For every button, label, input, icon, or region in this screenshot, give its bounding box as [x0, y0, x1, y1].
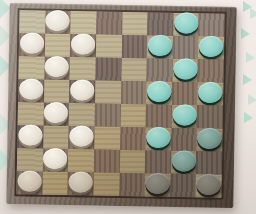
checker-teal-man[interactable]	[147, 80, 171, 101]
square-r1c6[interactable]	[147, 12, 173, 35]
square-r4c4[interactable]	[95, 81, 121, 104]
board-photo-scene	[0, 0, 256, 214]
square-r5c4[interactable]	[95, 104, 121, 127]
square-r4c7[interactable]	[172, 82, 198, 105]
square-r4c2[interactable]	[44, 80, 70, 103]
square-r8c2[interactable]	[42, 172, 68, 195]
square-r3c7[interactable]	[172, 59, 198, 82]
square-r8c5[interactable]	[119, 173, 145, 196]
square-r2c6[interactable]	[147, 35, 173, 58]
square-r8c8[interactable]	[196, 174, 222, 197]
checker-teal-man[interactable]	[145, 172, 169, 193]
checker-white-man[interactable]	[18, 124, 42, 145]
square-r6c7[interactable]	[171, 128, 197, 151]
square-r2c4[interactable]	[96, 35, 122, 58]
checker-white-man[interactable]	[17, 170, 41, 191]
mint-triangle-pattern	[250, 8, 256, 19]
checker-teal-man[interactable]	[197, 173, 221, 194]
mint-triangle-pattern	[243, 74, 252, 85]
square-r6c2[interactable]	[43, 126, 69, 149]
square-r8c1[interactable]	[16, 171, 42, 194]
square-r6c5[interactable]	[120, 127, 146, 150]
square-r3c2[interactable]	[44, 57, 70, 80]
checker-white-man[interactable]	[69, 171, 93, 192]
square-r2c3[interactable]	[70, 34, 96, 57]
checker-teal-man[interactable]	[173, 58, 197, 79]
square-r2c1[interactable]	[19, 33, 45, 56]
square-r8c6[interactable]	[145, 173, 171, 196]
square-r2c8[interactable]	[198, 36, 224, 59]
mint-triangle-pattern	[244, 112, 253, 123]
checker-teal-man[interactable]	[148, 34, 172, 55]
square-r7c7[interactable]	[171, 151, 197, 174]
square-r3c1[interactable]	[18, 56, 44, 79]
square-r1c5[interactable]	[122, 12, 148, 35]
square-r2c7[interactable]	[173, 36, 199, 59]
square-r7c3[interactable]	[68, 149, 94, 172]
checker-white-man[interactable]	[43, 148, 67, 169]
square-r2c2[interactable]	[44, 34, 70, 57]
square-r3c8[interactable]	[198, 59, 224, 82]
checker-white-man[interactable]	[46, 10, 70, 31]
mint-triangle-pattern	[246, 52, 255, 63]
square-r6c1[interactable]	[17, 125, 43, 148]
square-r6c6[interactable]	[145, 127, 171, 150]
mint-triangle-pattern	[248, 94, 256, 105]
mint-triangle-pattern	[241, 28, 250, 39]
checker-white-man[interactable]	[45, 56, 69, 77]
checker-teal-man[interactable]	[172, 104, 196, 125]
square-r4c3[interactable]	[69, 80, 95, 103]
mint-triangle-pattern	[243, 1, 252, 12]
square-r6c4[interactable]	[94, 127, 120, 150]
square-r1c1[interactable]	[19, 10, 45, 33]
square-r5c2[interactable]	[43, 103, 69, 126]
square-r5c7[interactable]	[171, 105, 197, 128]
square-r3c5[interactable]	[121, 58, 147, 81]
square-r7c8[interactable]	[196, 151, 222, 174]
square-r5c8[interactable]	[197, 105, 223, 128]
square-r7c6[interactable]	[145, 150, 171, 173]
square-r7c4[interactable]	[94, 150, 120, 173]
square-r4c8[interactable]	[197, 82, 223, 105]
square-r5c1[interactable]	[18, 102, 44, 125]
square-r7c5[interactable]	[119, 150, 145, 173]
checker-teal-man[interactable]	[199, 35, 223, 56]
square-r8c7[interactable]	[170, 174, 196, 197]
square-r3c3[interactable]	[70, 57, 96, 80]
checker-white-man[interactable]	[20, 32, 44, 53]
checker-teal-man[interactable]	[171, 150, 195, 171]
checker-teal-man[interactable]	[146, 126, 170, 147]
square-r5c5[interactable]	[120, 104, 146, 127]
square-r7c2[interactable]	[42, 149, 68, 172]
square-r2c5[interactable]	[121, 35, 147, 58]
square-r1c2[interactable]	[45, 11, 71, 34]
square-r4c5[interactable]	[121, 81, 147, 104]
square-r1c7[interactable]	[173, 13, 199, 36]
checker-white-man[interactable]	[69, 125, 93, 146]
checker-teal-man[interactable]	[198, 81, 222, 102]
checker-white-man[interactable]	[70, 79, 94, 100]
checker-white-man[interactable]	[44, 102, 68, 123]
checkers-board	[14, 8, 226, 200]
square-r4c6[interactable]	[146, 81, 172, 104]
square-r3c6[interactable]	[147, 58, 173, 81]
square-r3c4[interactable]	[95, 58, 121, 81]
square-r1c8[interactable]	[199, 13, 225, 36]
square-r6c3[interactable]	[68, 126, 94, 149]
checker-white-man[interactable]	[71, 33, 95, 54]
square-r6c8[interactable]	[197, 128, 223, 151]
square-r5c6[interactable]	[146, 104, 172, 127]
square-r5c3[interactable]	[69, 103, 95, 126]
square-r8c3[interactable]	[68, 172, 94, 195]
checker-teal-man[interactable]	[174, 12, 198, 33]
square-r1c3[interactable]	[70, 11, 96, 34]
checker-white-man[interactable]	[19, 78, 43, 99]
square-r1c4[interactable]	[96, 12, 122, 35]
square-r4c1[interactable]	[18, 79, 44, 102]
square-r8c4[interactable]	[93, 173, 119, 196]
square-r7c1[interactable]	[17, 148, 43, 171]
checkers-board-frame	[6, 3, 236, 208]
checker-teal-man[interactable]	[197, 127, 221, 148]
